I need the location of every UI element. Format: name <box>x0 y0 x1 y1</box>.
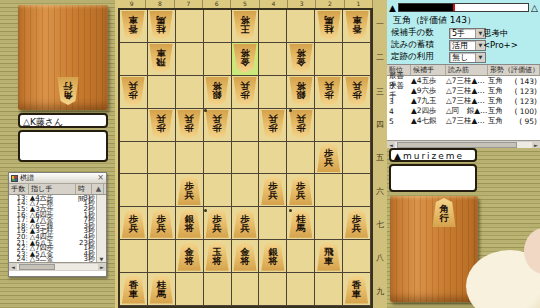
square-3四[interactable]: 歩兵 <box>287 109 315 142</box>
piece-金将[interactable]: 金将 <box>289 44 313 73</box>
piece-歩兵[interactable]: 歩兵 <box>317 77 341 106</box>
piece-歩兵[interactable]: 歩兵 <box>345 77 369 106</box>
square-5二[interactable]: 金将 <box>232 43 260 76</box>
square-1三[interactable]: 歩兵 <box>343 76 371 109</box>
evaluation-bar <box>398 3 529 12</box>
setting-joseki-use: 定跡の利用 無し ▼ <box>391 51 486 63</box>
candidate-move-row[interactable]: 5▲4七銀△7三桂▲…互角( 95) <box>387 116 540 126</box>
thinking-status: 思考中 <box>483 27 518 39</box>
square-3七[interactable]: 桂馬 <box>287 207 315 240</box>
scrollbar-thumb[interactable] <box>19 264 55 270</box>
piece-香車[interactable]: 香車 <box>345 11 369 40</box>
scrollbar-thumb[interactable] <box>397 142 517 148</box>
square-4四[interactable]: 歩兵 <box>259 109 287 142</box>
square-2五[interactable]: 歩兵 <box>315 142 343 175</box>
rank-label-四: 四 <box>373 108 387 141</box>
scroll-right-icon[interactable]: ► <box>98 264 106 270</box>
square-5八[interactable]: 金将 <box>232 240 260 273</box>
square-1七[interactable]: 歩兵 <box>343 207 371 240</box>
file-label-6: 6 <box>203 0 231 8</box>
piece-桂馬[interactable]: 桂馬 <box>289 209 313 238</box>
kifu-vertical-scrollbar[interactable]: ▼ <box>96 195 106 262</box>
square-8六[interactable] <box>148 174 176 207</box>
square-9六[interactable] <box>120 174 148 207</box>
setting-label: 定跡の利用 <box>391 51 449 63</box>
candidate-table-horizontal-scrollbar[interactable]: ◄ ► <box>387 140 540 148</box>
shogi-board: 987654321 香車桂馬王将桂馬香車飛車金将金将歩兵銀将歩兵銀将歩兵歩兵歩兵… <box>115 0 375 308</box>
rank-label-一: 一 <box>373 8 387 41</box>
square-9七[interactable]: 歩兵 <box>120 207 148 240</box>
hoshi-dot <box>289 109 292 112</box>
square-9三[interactable]: 歩兵 <box>120 76 148 109</box>
piece-銀将[interactable]: 銀将 <box>289 77 313 106</box>
piece-歩兵[interactable]: 歩兵 <box>149 209 173 238</box>
square-1二[interactable] <box>343 43 371 76</box>
file-label-8: 8 <box>146 0 174 8</box>
square-4九[interactable] <box>259 273 287 306</box>
piece-歩兵[interactable]: 歩兵 <box>205 110 229 139</box>
square-5一[interactable]: 王将 <box>232 10 260 43</box>
piece-歩兵[interactable]: 歩兵 <box>121 77 145 106</box>
piece-銀将[interactable]: 銀将 <box>261 242 285 271</box>
evaluation-bar-black-fill <box>399 4 453 11</box>
scroll-up-icon[interactable]: ▲ <box>92 184 104 194</box>
evaluation-bar-marker <box>453 4 455 11</box>
piece-歩兵[interactable]: 歩兵 <box>205 209 229 238</box>
sente-info-box <box>389 164 477 192</box>
square-7三[interactable] <box>176 76 204 109</box>
square-3三[interactable]: 銀将 <box>287 76 315 109</box>
square-8三[interactable] <box>148 76 176 109</box>
kifu-header-time: 時間 <box>76 184 92 194</box>
rank-label-八: 八 <box>373 241 387 274</box>
square-6七[interactable]: 歩兵 <box>204 207 232 240</box>
sente-piece-stand: 角行 <box>390 196 478 302</box>
gote-piece-stand: 角行 <box>18 5 108 110</box>
rank-label-九: 九 <box>373 275 387 308</box>
file-label-3: 3 <box>288 0 316 8</box>
sente-mark: ▲ <box>389 3 396 13</box>
engine-status: 思考中 <Pro+> <box>483 27 518 51</box>
square-7四[interactable]: 歩兵 <box>176 109 204 142</box>
square-2三[interactable]: 歩兵 <box>315 76 343 109</box>
analysis-panel: ▲ △ 互角（評価値 143） 候補手の数 5手 ▼ 読みの蓄積 活用 ▼ 定跡… <box>387 0 540 148</box>
square-5四[interactable] <box>232 109 260 142</box>
shogi-app: 角行 △K藤さん 棋譜 × 手数 指し手 時間 ▲ 13:▲4六歩3秒14:△7… <box>0 0 540 308</box>
file-labels: 987654321 <box>118 0 373 8</box>
sente-player-name: ▲murizeme <box>389 148 477 162</box>
square-7八[interactable]: 金将 <box>176 240 204 273</box>
square-9八[interactable] <box>120 240 148 273</box>
square-3一[interactable] <box>287 10 315 43</box>
square-9一[interactable]: 香車 <box>120 10 148 43</box>
square-9九[interactable]: 香車 <box>120 273 148 306</box>
piece-歩兵[interactable]: 歩兵 <box>177 110 201 139</box>
piece-銀将[interactable]: 銀将 <box>205 77 229 106</box>
square-3五[interactable] <box>287 142 315 175</box>
square-4一[interactable] <box>259 10 287 43</box>
rank-label-五: 五 <box>373 141 387 174</box>
square-8九[interactable]: 桂馬 <box>148 273 176 306</box>
square-2一[interactable]: 桂馬 <box>315 10 343 43</box>
square-2四[interactable] <box>315 109 343 142</box>
square-4三[interactable] <box>259 76 287 109</box>
file-label-9: 9 <box>118 0 146 8</box>
piece-金将[interactable]: 金将 <box>233 242 257 271</box>
square-9五[interactable] <box>120 142 148 175</box>
kifu-window-icon <box>11 175 18 182</box>
piece-香車[interactable]: 香車 <box>345 275 369 304</box>
square-2八[interactable]: 飛車 <box>315 240 343 273</box>
square-6九[interactable] <box>204 273 232 306</box>
square-1一[interactable]: 香車 <box>343 10 371 43</box>
square-4七[interactable] <box>259 207 287 240</box>
chevron-down-icon[interactable]: ▼ <box>475 53 485 62</box>
file-label-4: 4 <box>260 0 288 8</box>
square-2七[interactable] <box>315 207 343 240</box>
square-7二[interactable] <box>176 43 204 76</box>
kifu-header-move: 指し手 <box>29 184 76 194</box>
piece-歩兵[interactable]: 歩兵 <box>289 176 313 205</box>
square-8七[interactable]: 歩兵 <box>148 207 176 240</box>
piece-王将[interactable]: 王将 <box>233 11 257 40</box>
square-5九[interactable] <box>232 273 260 306</box>
piece-歩兵[interactable]: 歩兵 <box>233 209 257 238</box>
square-2九[interactable] <box>315 273 343 306</box>
kifu-move-row[interactable]: 24:△5二金3秒 <box>9 257 96 262</box>
square-6八[interactable]: 玉将 <box>204 240 232 273</box>
rank-label-六: 六 <box>373 175 387 208</box>
hoshi-dot <box>204 209 207 212</box>
square-8五[interactable] <box>148 142 176 175</box>
rank-label-三: 三 <box>373 75 387 108</box>
kifu-move-list: 13:▲4六歩3秒14:△7二銀1秒15:▲3六歩2秒16:△6四歩1秒17:▲… <box>9 195 106 262</box>
rank-label-七: 七 <box>373 208 387 241</box>
piece-角行[interactable]: 角行 <box>57 77 79 105</box>
square-5五[interactable] <box>232 142 260 175</box>
piece-歩兵[interactable]: 歩兵 <box>121 209 145 238</box>
square-7一[interactable] <box>176 10 204 43</box>
kifu-header-row: 手数 指し手 時間 ▲ <box>9 184 106 195</box>
file-label-2: 2 <box>316 0 344 8</box>
scroll-right-icon[interactable]: ► <box>532 142 540 148</box>
file-label-5: 5 <box>231 0 259 8</box>
square-6四[interactable]: 歩兵 <box>204 109 232 142</box>
piece-歩兵[interactable]: 歩兵 <box>345 209 369 238</box>
piece-飛車[interactable]: 飛車 <box>149 44 173 73</box>
close-icon[interactable]: × <box>97 174 104 182</box>
square-4五[interactable] <box>259 142 287 175</box>
scroll-left-icon[interactable]: ◄ <box>387 142 395 148</box>
piece-飛車[interactable]: 飛車 <box>317 242 341 271</box>
evaluation-bar-row: ▲ △ <box>387 1 540 14</box>
square-3九[interactable] <box>287 273 315 306</box>
piece-歩兵[interactable]: 歩兵 <box>317 143 341 172</box>
square-1六[interactable] <box>343 174 371 207</box>
piece-角行[interactable]: 角行 <box>432 198 456 227</box>
candidate-move-row[interactable]: 3▲7九玉△7三桂▲…互角( 123) <box>387 96 540 106</box>
gote-mark: △ <box>531 3 538 13</box>
square-6三[interactable]: 銀将 <box>204 76 232 109</box>
square-4二[interactable] <box>259 43 287 76</box>
rank-labels: 一二三四五六七八九 <box>373 8 387 308</box>
kifu-window-title: 棋譜 <box>20 173 34 183</box>
candidate-move-row[interactable]: 4▲2四歩△同 銀▲…互角( 100) <box>387 106 540 116</box>
setting-candidate-count: 候補手の数 5手 ▼ <box>391 27 486 39</box>
square-1九[interactable]: 香車 <box>343 273 371 306</box>
piece-歩兵[interactable]: 歩兵 <box>261 110 285 139</box>
piece-桂馬[interactable]: 桂馬 <box>149 275 173 304</box>
square-6二[interactable] <box>204 43 232 76</box>
piece-桂馬[interactable]: 桂馬 <box>149 11 173 40</box>
piece-歩兵[interactable]: 歩兵 <box>289 110 313 139</box>
kifu-titlebar[interactable]: 棋譜 × <box>9 173 106 184</box>
candidate-move-row[interactable]: 次善手▲9六歩△7三桂▲…互角( 123) <box>387 86 540 96</box>
square-8四[interactable]: 歩兵 <box>148 109 176 142</box>
square-9二[interactable] <box>120 43 148 76</box>
kifu-horizontal-scrollbar[interactable]: ◄ ► <box>9 262 106 271</box>
square-6六[interactable] <box>204 174 232 207</box>
setting-label: 読みの蓄積 <box>391 39 449 51</box>
gote-player-name: △K藤さん <box>18 113 108 128</box>
square-1五[interactable] <box>343 142 371 175</box>
square-7五[interactable] <box>176 142 204 175</box>
square-5六[interactable] <box>232 174 260 207</box>
piece-歩兵[interactable]: 歩兵 <box>233 77 257 106</box>
square-4六[interactable]: 歩兵 <box>259 174 287 207</box>
square-5七[interactable]: 歩兵 <box>232 207 260 240</box>
square-3六[interactable]: 歩兵 <box>287 174 315 207</box>
gote-info-box <box>18 130 108 162</box>
setting-search-reuse: 読みの蓄積 活用 ▼ <box>391 39 486 51</box>
square-8一[interactable]: 桂馬 <box>148 10 176 43</box>
rank-label-二: 二 <box>373 41 387 74</box>
square-5三[interactable]: 歩兵 <box>232 76 260 109</box>
candidate-moves-table: 順位 候補手 読み筋 形勢（評価値） 最善手▲4五歩△7三桂▲…互角( 143)… <box>387 64 540 141</box>
square-8八[interactable] <box>148 240 176 273</box>
square-1八[interactable] <box>343 240 371 273</box>
setting-label: 候補手の数 <box>391 27 449 39</box>
piece-桂馬[interactable]: 桂馬 <box>317 11 341 40</box>
piece-歩兵[interactable]: 歩兵 <box>149 110 173 139</box>
square-7七[interactable]: 銀将 <box>176 207 204 240</box>
square-2二[interactable] <box>315 43 343 76</box>
scroll-down-icon[interactable]: ▼ <box>100 256 104 262</box>
square-7六[interactable]: 歩兵 <box>176 174 204 207</box>
hoshi-dot <box>289 209 292 212</box>
square-9四[interactable] <box>120 109 148 142</box>
piece-香車[interactable]: 香車 <box>121 11 145 40</box>
square-8二[interactable]: 飛車 <box>148 43 176 76</box>
kifu-window: 棋譜 × 手数 指し手 時間 ▲ 13:▲4六歩3秒14:△7二銀1秒15:▲3… <box>8 172 107 277</box>
evaluation-status-text: 互角（評価値 143） <box>393 14 476 27</box>
hoshi-dot <box>204 109 207 112</box>
search-reuse-dropdown[interactable]: 活用 ▼ <box>449 40 486 51</box>
kifu-header-movenum: 手数 <box>9 184 29 194</box>
square-6五[interactable] <box>204 142 232 175</box>
board-grid: 香車桂馬王将桂馬香車飛車金将金将歩兵銀将歩兵銀将歩兵歩兵歩兵歩兵歩兵歩兵歩兵歩兵… <box>118 8 373 308</box>
file-label-7: 7 <box>175 0 203 8</box>
square-3八[interactable] <box>287 240 315 273</box>
square-2六[interactable] <box>315 174 343 207</box>
scroll-left-icon[interactable]: ◄ <box>9 264 17 270</box>
square-6一[interactable] <box>204 10 232 43</box>
piece-銀将[interactable]: 銀将 <box>177 209 201 238</box>
square-3二[interactable]: 金将 <box>287 43 315 76</box>
piece-歩兵[interactable]: 歩兵 <box>261 176 285 205</box>
engine-level: <Pro+> <box>483 39 518 51</box>
piece-歩兵[interactable]: 歩兵 <box>177 176 201 205</box>
piece-金将[interactable]: 金将 <box>233 44 257 73</box>
file-label-1: 1 <box>345 0 373 8</box>
piece-金将[interactable]: 金将 <box>177 242 201 271</box>
square-1四[interactable] <box>343 109 371 142</box>
piece-玉将[interactable]: 玉将 <box>205 242 229 271</box>
candidate-count-dropdown[interactable]: 5手 ▼ <box>449 28 486 39</box>
piece-香車[interactable]: 香車 <box>121 275 145 304</box>
joseki-use-dropdown[interactable]: 無し ▼ <box>449 52 486 63</box>
square-7九[interactable] <box>176 273 204 306</box>
square-4八[interactable]: 銀将 <box>259 240 287 273</box>
